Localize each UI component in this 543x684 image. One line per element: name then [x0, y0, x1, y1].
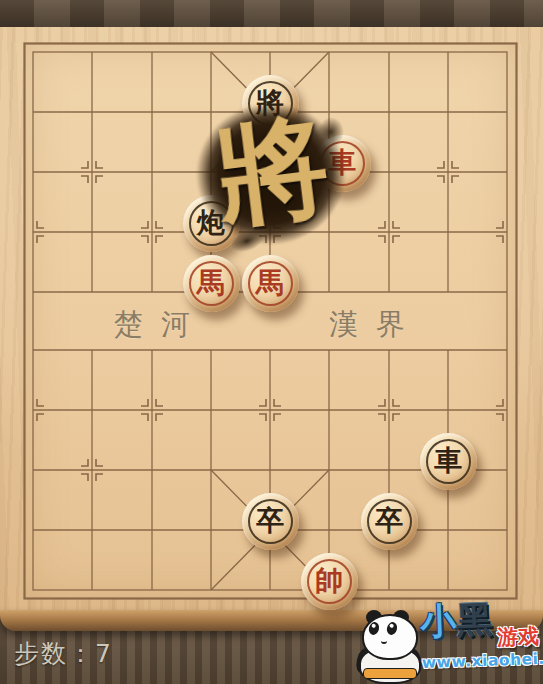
- position-mark: [96, 474, 103, 481]
- xiangqi-game-screen: 楚河 漢界 將車炮馬馬車卒卒帥 將 步数：7 小黑 游戏 www.xiaohei…: [0, 0, 543, 684]
- position-mark: [274, 399, 281, 406]
- position-mark: [259, 414, 266, 421]
- position-mark: [274, 414, 281, 421]
- watermark-text: 小黑 游戏 www.xiaohei.com: [420, 592, 543, 684]
- red-chariot-piece[interactable]: 車: [314, 135, 371, 192]
- position-mark: [156, 414, 163, 421]
- river-label-right: 漢界: [329, 305, 423, 345]
- red-horse-piece[interactable]: 馬: [183, 255, 240, 312]
- black-soldier-piece[interactable]: 卒: [361, 493, 418, 550]
- piece-glyph: 炮: [197, 209, 225, 237]
- position-mark: [378, 221, 385, 228]
- position-mark: [259, 221, 266, 228]
- position-mark: [274, 236, 281, 243]
- piece-glyph: 卒: [375, 507, 403, 535]
- piece-glyph: 馬: [197, 269, 225, 297]
- black-soldier-piece[interactable]: 卒: [242, 493, 299, 550]
- piece-glyph: 帥: [315, 567, 343, 595]
- river-label-left: 楚河: [114, 305, 208, 345]
- piece-glyph: 車: [434, 447, 462, 475]
- position-mark: [81, 459, 88, 466]
- black-cannon-piece[interactable]: 炮: [183, 195, 240, 252]
- position-mark: [393, 236, 400, 243]
- position-mark: [37, 221, 44, 228]
- piece-glyph: 卒: [256, 507, 284, 535]
- position-mark: [96, 459, 103, 466]
- position-mark: [496, 399, 503, 406]
- position-mark: [437, 161, 444, 168]
- position-mark: [496, 221, 503, 228]
- position-mark: [141, 414, 148, 421]
- position-mark: [81, 474, 88, 481]
- position-mark: [81, 176, 88, 183]
- position-mark: [156, 399, 163, 406]
- position-mark: [378, 236, 385, 243]
- position-mark: [156, 221, 163, 228]
- position-mark: [96, 161, 103, 168]
- position-mark: [37, 399, 44, 406]
- watermark-url: www.xiaohei.com: [422, 648, 543, 672]
- piece-glyph: 馬: [256, 269, 284, 297]
- position-mark: [96, 176, 103, 183]
- position-mark: [81, 161, 88, 168]
- panda-mascot-icon: [359, 610, 423, 680]
- position-mark: [141, 236, 148, 243]
- move-counter-label: 步数：: [14, 639, 95, 668]
- position-mark: [141, 221, 148, 228]
- position-mark: [378, 414, 385, 421]
- position-mark: [452, 176, 459, 183]
- position-mark: [496, 414, 503, 421]
- position-mark: [496, 236, 503, 243]
- piece-glyph: 將: [256, 89, 284, 117]
- site-watermark: 小黑 游戏 www.xiaohei.com: [359, 594, 541, 682]
- black-chariot-piece[interactable]: 車: [420, 433, 477, 490]
- move-counter-value: 7: [95, 639, 113, 668]
- red-horse-piece[interactable]: 馬: [242, 255, 299, 312]
- red-general-piece[interactable]: 帥: [301, 553, 358, 610]
- position-mark: [452, 161, 459, 168]
- piece-glyph: 車: [328, 149, 356, 177]
- position-mark: [274, 221, 281, 228]
- position-mark: [393, 221, 400, 228]
- position-mark: [393, 414, 400, 421]
- move-counter: 步数：7: [14, 637, 113, 670]
- position-mark: [393, 399, 400, 406]
- position-mark: [259, 399, 266, 406]
- position-mark: [141, 399, 148, 406]
- watermark-brand-suffix: 游戏: [497, 622, 540, 651]
- position-mark: [259, 236, 266, 243]
- black-general-piece[interactable]: 將: [242, 75, 299, 132]
- position-mark: [37, 414, 44, 421]
- position-mark: [378, 399, 385, 406]
- position-mark: [437, 176, 444, 183]
- position-mark: [156, 236, 163, 243]
- position-mark: [37, 236, 44, 243]
- watermark-brand: 小黑: [420, 602, 493, 640]
